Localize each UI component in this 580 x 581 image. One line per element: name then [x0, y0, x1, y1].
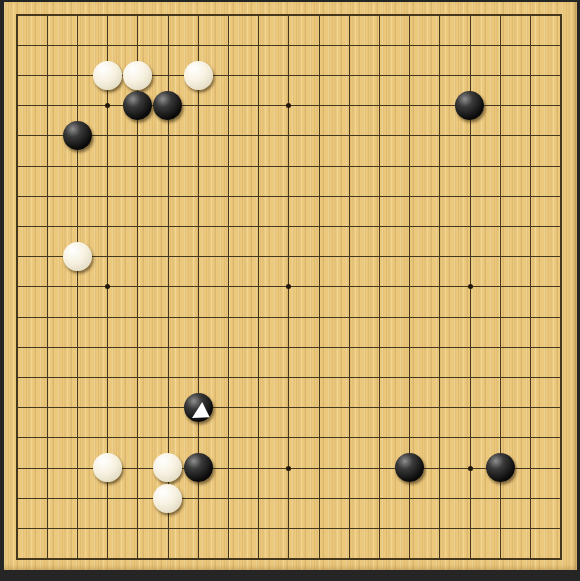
black-stone	[63, 121, 92, 150]
black-stone	[395, 453, 424, 482]
white-stone	[153, 453, 182, 482]
black-stone	[184, 393, 213, 422]
stones-layer	[2, 0, 576, 573]
black-stone	[455, 91, 484, 120]
white-stone	[184, 61, 213, 90]
goban[interactable]	[4, 2, 577, 570]
black-stone	[184, 453, 213, 482]
black-stone	[153, 91, 182, 120]
black-stone	[123, 91, 152, 120]
white-stone	[63, 242, 92, 271]
last-move-marker	[184, 393, 213, 422]
go-app-screenshot	[0, 0, 580, 581]
white-stone	[153, 484, 182, 513]
white-stone	[93, 61, 122, 90]
black-stone	[486, 453, 515, 482]
white-stone	[123, 61, 152, 90]
white-stone	[93, 453, 122, 482]
